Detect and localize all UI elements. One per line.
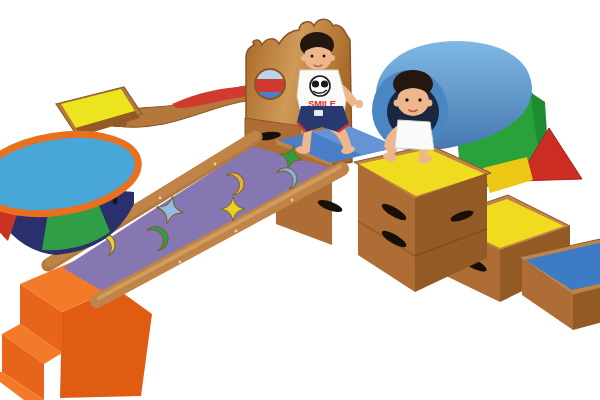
crawler-ear (426, 100, 433, 107)
stander-right-hand (355, 100, 363, 108)
crawler-eye (405, 98, 408, 101)
shorts-label (314, 110, 323, 116)
stander-eye (323, 55, 326, 58)
crawler-tank-top (395, 120, 434, 150)
stander-ear (329, 55, 335, 61)
shirt-glasses-left (312, 80, 319, 87)
crawler-ear (394, 100, 401, 107)
stander-eye (311, 55, 314, 58)
product-photo: SMILE (0, 0, 600, 400)
yellow-platform (56, 87, 142, 136)
stander-ear (301, 55, 307, 61)
play-set-scene: SMILE (0, 0, 600, 400)
shirt-glasses-right (321, 80, 328, 87)
beam-through-hole (253, 79, 287, 92)
crawler-eye (418, 98, 421, 101)
